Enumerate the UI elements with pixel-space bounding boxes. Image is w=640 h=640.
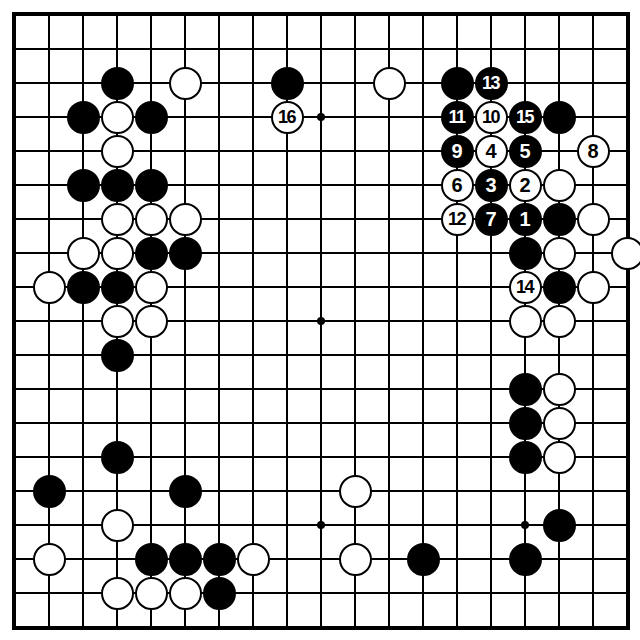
stone-black <box>441 67 474 100</box>
stone-black <box>67 271 100 304</box>
stone-white <box>135 305 168 338</box>
star-point <box>521 521 529 529</box>
move-number: 10 <box>482 108 499 126</box>
move-number: 8 <box>587 141 598 161</box>
stone-white <box>577 271 610 304</box>
stone-black <box>101 67 134 100</box>
stone-black <box>135 543 168 576</box>
stone-white <box>339 543 372 576</box>
stone-black-15: 15 <box>509 101 542 134</box>
stone-black-5: 5 <box>509 135 542 168</box>
stone-black <box>509 237 542 270</box>
stone-white-14: 14 <box>509 271 542 304</box>
stone-white <box>339 475 372 508</box>
stone-black <box>101 169 134 202</box>
stone-black <box>509 441 542 474</box>
stone-white <box>373 67 406 100</box>
stone-white <box>169 203 202 236</box>
stone-black <box>509 543 542 576</box>
move-number: 16 <box>278 108 295 126</box>
go-diagram: 13161110159458632127114 <box>0 0 640 640</box>
stone-white <box>101 203 134 236</box>
star-point <box>317 113 325 121</box>
stone-white <box>543 237 576 270</box>
star-point <box>317 317 325 325</box>
stone-white <box>101 305 134 338</box>
stone-white <box>135 203 168 236</box>
stone-white <box>67 237 100 270</box>
stone-black <box>203 543 236 576</box>
move-number: 1 <box>519 209 530 229</box>
stone-black-7: 7 <box>475 203 508 236</box>
stone-white-12: 12 <box>441 203 474 236</box>
move-number: 7 <box>485 209 496 229</box>
stone-black-13: 13 <box>475 67 508 100</box>
stone-white <box>33 543 66 576</box>
stone-black <box>101 339 134 372</box>
stone-white-6: 6 <box>441 169 474 202</box>
stone-black <box>271 67 304 100</box>
stone-white <box>543 373 576 406</box>
stone-black <box>543 271 576 304</box>
move-number: 4 <box>485 141 496 161</box>
stone-black <box>135 237 168 270</box>
stone-black <box>33 475 66 508</box>
stone-black <box>135 169 168 202</box>
stone-white <box>135 271 168 304</box>
stone-white <box>101 101 134 134</box>
stone-black <box>67 101 100 134</box>
stone-black <box>509 407 542 440</box>
stone-black <box>543 101 576 134</box>
stone-white <box>237 543 270 576</box>
stone-black <box>169 237 202 270</box>
stone-white-8: 8 <box>577 135 610 168</box>
stone-white <box>135 577 168 610</box>
stone-white <box>543 441 576 474</box>
stone-black <box>101 441 134 474</box>
stone-black-1: 1 <box>509 203 542 236</box>
star-point <box>317 521 325 529</box>
move-number: 14 <box>516 278 533 296</box>
stone-white-10: 10 <box>475 101 508 134</box>
move-number: 15 <box>516 108 533 126</box>
stone-black <box>509 373 542 406</box>
move-number: 3 <box>485 175 496 195</box>
stone-black <box>407 543 440 576</box>
move-number: 9 <box>451 141 462 161</box>
stone-black <box>203 577 236 610</box>
stone-black <box>135 101 168 134</box>
stone-white <box>577 203 610 236</box>
stone-black-3: 3 <box>475 169 508 202</box>
move-number: 5 <box>519 141 530 161</box>
stone-white-4: 4 <box>475 135 508 168</box>
move-number: 11 <box>448 108 464 126</box>
stone-white <box>169 577 202 610</box>
stone-white <box>169 67 202 100</box>
stone-white <box>101 135 134 168</box>
move-number: 13 <box>482 74 499 92</box>
stone-black <box>543 203 576 236</box>
stone-black-9: 9 <box>441 135 474 168</box>
stone-white <box>509 305 542 338</box>
move-number: 2 <box>519 175 530 195</box>
stone-black-11: 11 <box>441 101 474 134</box>
stone-white <box>543 407 576 440</box>
stone-black <box>169 543 202 576</box>
stone-black <box>101 271 134 304</box>
stone-black <box>543 509 576 542</box>
move-number: 12 <box>448 210 465 228</box>
stone-black <box>169 475 202 508</box>
stone-white-2: 2 <box>509 169 542 202</box>
stone-white <box>543 305 576 338</box>
stone-white <box>33 271 66 304</box>
stone-white-16: 16 <box>271 101 304 134</box>
stone-white <box>543 169 576 202</box>
stone-white <box>101 577 134 610</box>
stone-black <box>67 169 100 202</box>
stone-white <box>101 237 134 270</box>
move-number: 6 <box>451 175 462 195</box>
stone-white <box>101 509 134 542</box>
stone-white <box>611 237 640 270</box>
